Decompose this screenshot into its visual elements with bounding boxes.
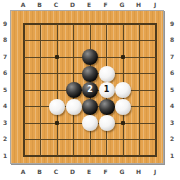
stone-white-G5 (115, 82, 131, 98)
coord-right-5: 5 (168, 85, 176, 94)
coord-bottom-A: A (18, 167, 28, 176)
coord-top-B: B (35, 0, 45, 9)
coord-top-J: J (150, 0, 160, 9)
star-point-C7 (55, 55, 59, 59)
coord-bottom-F: F (101, 167, 111, 176)
stone-white-F6 (99, 66, 115, 82)
coord-right-2: 2 (168, 134, 176, 143)
go-diagram: 21 AABBCCDDEEFFGGHHJJ998877665544332211 (0, 0, 180, 180)
move-number-label: 1 (104, 86, 110, 94)
coord-bottom-B: B (35, 167, 45, 176)
coord-right-7: 7 (168, 52, 176, 61)
go-board[interactable]: 21 (10, 10, 164, 164)
coord-right-9: 9 (168, 19, 176, 28)
stone-white-D4 (66, 99, 82, 115)
coord-left-8: 8 (1, 35, 9, 44)
coord-left-7: 7 (1, 52, 9, 61)
stone-black-E5: 2 (82, 82, 98, 98)
stone-white-F3 (99, 115, 115, 131)
coord-left-5: 5 (1, 85, 9, 94)
stone-black-E6 (82, 66, 98, 82)
coord-bottom-D: D (68, 167, 78, 176)
coord-top-H: H (134, 0, 144, 9)
coord-bottom-C: C (51, 167, 61, 176)
coord-bottom-J: J (150, 167, 160, 176)
coord-right-1: 1 (168, 151, 176, 160)
coord-top-G: G (117, 0, 127, 9)
coord-left-1: 1 (1, 151, 9, 160)
coord-left-6: 6 (1, 68, 9, 77)
stone-white-F5: 1 (99, 82, 115, 98)
move-number-label: 2 (87, 86, 93, 94)
coord-top-E: E (84, 0, 94, 9)
star-point-G7 (121, 55, 125, 59)
stone-black-E4 (82, 99, 98, 115)
coord-right-6: 6 (168, 68, 176, 77)
star-point-C3 (55, 121, 59, 125)
stone-white-G4 (115, 99, 131, 115)
stone-black-D5 (66, 82, 82, 98)
coord-right-4: 4 (168, 101, 176, 110)
coord-top-F: F (101, 0, 111, 9)
coord-top-D: D (68, 0, 78, 9)
coord-right-8: 8 (168, 35, 176, 44)
coord-bottom-G: G (117, 167, 127, 176)
coord-left-3: 3 (1, 118, 9, 127)
coord-left-9: 9 (1, 19, 9, 28)
coord-bottom-H: H (134, 167, 144, 176)
grid-line-v-H (139, 24, 140, 156)
grid-line-h-2 (24, 139, 156, 140)
stone-black-F4 (99, 99, 115, 115)
coord-left-2: 2 (1, 134, 9, 143)
coord-left-4: 4 (1, 101, 9, 110)
coord-top-A: A (18, 0, 28, 9)
stone-white-E3 (82, 115, 98, 131)
coord-right-3: 3 (168, 118, 176, 127)
coord-top-C: C (51, 0, 61, 9)
star-point-G3 (121, 121, 125, 125)
coord-bottom-E: E (84, 167, 94, 176)
stone-white-C4 (49, 99, 65, 115)
stone-black-E7 (82, 49, 98, 65)
